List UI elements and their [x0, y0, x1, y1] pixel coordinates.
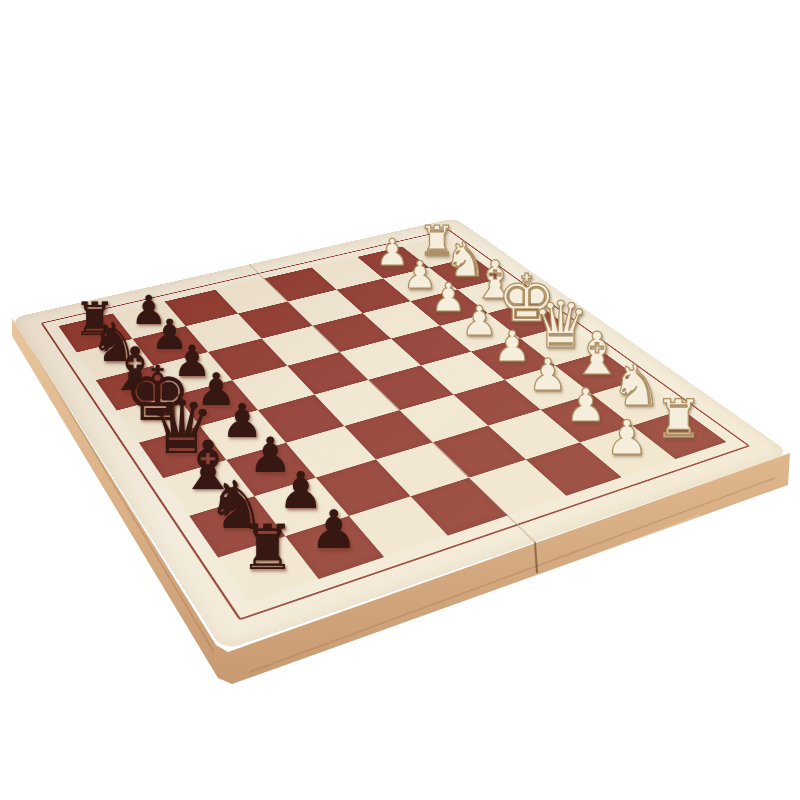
chess-set-photo: ♜♟♞♟♝♟♚♟♟♜♛♟♟♞♝♟♟♝♞♟♟♚♜♟♟♛♟♝♟♞♟♜: [0, 0, 800, 800]
